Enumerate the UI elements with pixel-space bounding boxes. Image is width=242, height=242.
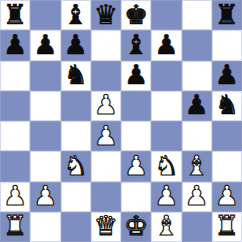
white-pawn: ♟: [215, 182, 239, 209]
white-rook: ♜: [215, 212, 239, 239]
square-a1[interactable]: ♜: [0, 212, 30, 242]
square-d3[interactable]: [91, 151, 121, 181]
square-a8[interactable]: ♜: [0, 0, 30, 30]
square-d6[interactable]: [91, 61, 121, 91]
square-e7[interactable]: ♝: [121, 30, 151, 60]
square-a6[interactable]: [0, 61, 30, 91]
chess-board: ♜♝♛♚♜♟♟♟♝♟♞♟♟♟♟♞♟♞♟♞♝♟♟♟♟♟♜♛♚♝♜: [0, 0, 242, 242]
black-pawn: ♟: [64, 31, 88, 58]
square-h4[interactable]: [212, 121, 242, 151]
black-bishop: ♝: [64, 1, 88, 28]
white-pawn: ♟: [3, 182, 27, 209]
square-e4[interactable]: [121, 121, 151, 151]
black-knight: ♞: [215, 91, 239, 118]
white-queen: ♛: [94, 212, 118, 239]
square-d5[interactable]: ♟: [91, 91, 121, 121]
white-pawn: ♟: [33, 182, 57, 209]
square-g8[interactable]: [182, 0, 212, 30]
square-c5[interactable]: [61, 91, 91, 121]
square-d7[interactable]: [91, 30, 121, 60]
square-e5[interactable]: [121, 91, 151, 121]
square-d2[interactable]: [91, 182, 121, 212]
white-pawn: ♟: [94, 91, 118, 118]
square-h1[interactable]: ♜: [212, 212, 242, 242]
square-a4[interactable]: [0, 121, 30, 151]
white-pawn: ♟: [124, 152, 148, 179]
square-b3[interactable]: [30, 151, 60, 181]
white-bishop: ♝: [185, 152, 209, 179]
square-a3[interactable]: [0, 151, 30, 181]
white-knight: ♞: [154, 152, 178, 179]
square-c1[interactable]: [61, 212, 91, 242]
black-queen: ♛: [94, 1, 118, 28]
square-e8[interactable]: ♚: [121, 0, 151, 30]
square-c2[interactable]: [61, 182, 91, 212]
square-b4[interactable]: [30, 121, 60, 151]
black-pawn: ♟: [124, 61, 148, 88]
square-f6[interactable]: [151, 61, 181, 91]
square-e6[interactable]: ♟: [121, 61, 151, 91]
black-king: ♚: [124, 1, 148, 28]
square-h6[interactable]: ♟: [212, 61, 242, 91]
square-f4[interactable]: [151, 121, 181, 151]
black-pawn: ♟: [33, 31, 57, 58]
square-b8[interactable]: [30, 0, 60, 30]
square-h7[interactable]: [212, 30, 242, 60]
square-f8[interactable]: [151, 0, 181, 30]
square-g7[interactable]: [182, 30, 212, 60]
square-h2[interactable]: ♟: [212, 182, 242, 212]
square-a5[interactable]: [0, 91, 30, 121]
black-rook: ♜: [3, 1, 27, 28]
square-e2[interactable]: [121, 182, 151, 212]
white-bishop: ♝: [154, 212, 178, 239]
black-pawn: ♟: [215, 61, 239, 88]
square-a7[interactable]: ♟: [0, 30, 30, 60]
square-d1[interactable]: ♛: [91, 212, 121, 242]
square-b7[interactable]: ♟: [30, 30, 60, 60]
square-h5[interactable]: ♞: [212, 91, 242, 121]
square-d8[interactable]: ♛: [91, 0, 121, 30]
square-e1[interactable]: ♚: [121, 212, 151, 242]
square-g3[interactable]: ♝: [182, 151, 212, 181]
square-h8[interactable]: ♜: [212, 0, 242, 30]
square-b2[interactable]: ♟: [30, 182, 60, 212]
white-pawn: ♟: [185, 182, 209, 209]
square-c8[interactable]: ♝: [61, 0, 91, 30]
square-c3[interactable]: ♞: [61, 151, 91, 181]
square-f2[interactable]: ♟: [151, 182, 181, 212]
black-rook: ♜: [215, 1, 239, 28]
white-knight: ♞: [64, 152, 88, 179]
square-g4[interactable]: [182, 121, 212, 151]
black-knight: ♞: [64, 61, 88, 88]
square-f7[interactable]: ♟: [151, 30, 181, 60]
white-rook: ♜: [3, 212, 27, 239]
square-g6[interactable]: [182, 61, 212, 91]
square-d4[interactable]: ♟: [91, 121, 121, 151]
square-b6[interactable]: [30, 61, 60, 91]
square-b5[interactable]: [30, 91, 60, 121]
square-g5[interactable]: ♟: [182, 91, 212, 121]
white-king: ♚: [124, 212, 148, 239]
black-pawn: ♟: [154, 31, 178, 58]
square-c7[interactable]: ♟: [61, 30, 91, 60]
black-pawn: ♟: [185, 91, 209, 118]
square-e3[interactable]: ♟: [121, 151, 151, 181]
square-f1[interactable]: ♝: [151, 212, 181, 242]
black-pawn: ♟: [3, 31, 27, 58]
black-bishop: ♝: [124, 31, 148, 58]
square-h3[interactable]: [212, 151, 242, 181]
square-g1[interactable]: [182, 212, 212, 242]
square-f3[interactable]: ♞: [151, 151, 181, 181]
square-f5[interactable]: [151, 91, 181, 121]
white-pawn: ♟: [94, 122, 118, 149]
square-a2[interactable]: ♟: [0, 182, 30, 212]
square-g2[interactable]: ♟: [182, 182, 212, 212]
white-pawn: ♟: [154, 182, 178, 209]
square-b1[interactable]: [30, 212, 60, 242]
square-c6[interactable]: ♞: [61, 61, 91, 91]
square-c4[interactable]: [61, 121, 91, 151]
